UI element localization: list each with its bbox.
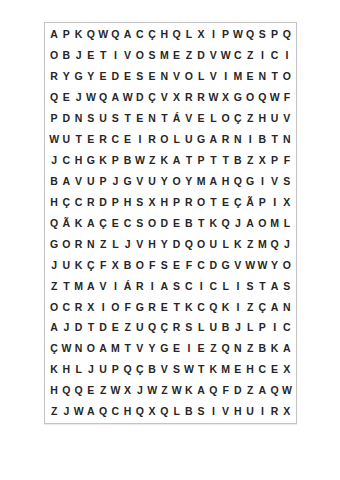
grid-cell-r19c12[interactable]: B	[183, 401, 195, 422]
grid-cell-r8c9[interactable]: U	[146, 171, 158, 192]
grid-cell-r5c9[interactable]: N	[146, 108, 158, 129]
grid-cell-r7c18[interactable]: X	[256, 150, 268, 171]
grid-cell-r16c16[interactable]: N	[232, 338, 244, 359]
grid-cell-r10c2[interactable]: Ã	[60, 213, 72, 234]
grid-cell-r5c18[interactable]: H	[256, 108, 268, 129]
grid-cell-r3c11[interactable]: V	[171, 66, 183, 87]
grid-cell-r18c15[interactable]: F	[220, 380, 232, 401]
grid-cell-r17c6[interactable]: P	[109, 359, 121, 380]
grid-cell-r14c14[interactable]: Q	[207, 296, 219, 317]
grid-cell-r18c8[interactable]: J	[134, 380, 146, 401]
grid-cell-r1c9[interactable]: Ç	[146, 24, 158, 45]
grid-cell-r1c4[interactable]: Q	[85, 24, 97, 45]
grid-cell-r9c16[interactable]: Ç	[232, 192, 244, 213]
grid-cell-r19c17[interactable]: U	[244, 401, 256, 422]
grid-cell-r9c3[interactable]: C	[73, 192, 85, 213]
grid-cell-r8c11[interactable]: O	[171, 171, 183, 192]
grid-cell-r4c2[interactable]: E	[60, 87, 72, 108]
grid-cell-r10c14[interactable]: K	[207, 213, 219, 234]
grid-cell-r8c14[interactable]: A	[207, 171, 219, 192]
grid-cell-r2c2[interactable]: B	[60, 45, 72, 66]
grid-cell-r17c16[interactable]: E	[232, 359, 244, 380]
grid-cell-r5c4[interactable]: S	[85, 108, 97, 129]
grid-cell-r4c6[interactable]: A	[109, 87, 121, 108]
grid-cell-r8c2[interactable]: A	[60, 171, 72, 192]
grid-cell-r18c16[interactable]: D	[232, 380, 244, 401]
grid-cell-r2c6[interactable]: I	[109, 45, 121, 66]
grid-cell-r11c3[interactable]: R	[73, 233, 85, 254]
grid-cell-r7c13[interactable]: P	[195, 150, 207, 171]
grid-cell-r5c10[interactable]: T	[158, 108, 170, 129]
grid-cell-r16c11[interactable]: E	[171, 338, 183, 359]
grid-cell-r11c7[interactable]: J	[122, 233, 134, 254]
grid-cell-r9c12[interactable]: R	[183, 192, 195, 213]
grid-cell-r14c8[interactable]: G	[134, 296, 146, 317]
grid-cell-r13c12[interactable]: C	[183, 275, 195, 296]
grid-cell-r10c16[interactable]: J	[232, 213, 244, 234]
grid-cell-r18c7[interactable]: X	[122, 380, 134, 401]
grid-cell-r12c11[interactable]: E	[171, 254, 183, 275]
grid-cell-r1c19[interactable]: P	[269, 24, 281, 45]
grid-cell-r1c16[interactable]: W	[232, 24, 244, 45]
grid-cell-r9c11[interactable]: P	[171, 192, 183, 213]
grid-cell-r18c2[interactable]: Q	[60, 380, 72, 401]
grid-cell-r15c1[interactable]: A	[48, 317, 60, 338]
grid-cell-r14c15[interactable]: K	[220, 296, 232, 317]
grid-cell-r5c15[interactable]: O	[220, 108, 232, 129]
grid-cell-r9c4[interactable]: R	[85, 192, 97, 213]
grid-cell-r12c6[interactable]: X	[109, 254, 121, 275]
grid-cell-r5c6[interactable]: S	[109, 108, 121, 129]
grid-cell-r10c20[interactable]: L	[281, 213, 293, 234]
grid-cell-r7c19[interactable]: P	[269, 150, 281, 171]
grid-cell-r14c18[interactable]: Ç	[256, 296, 268, 317]
grid-cell-r10c6[interactable]: E	[109, 213, 121, 234]
grid-cell-r12c7[interactable]: B	[122, 254, 134, 275]
grid-cell-r10c4[interactable]: A	[85, 213, 97, 234]
grid-cell-r18c9[interactable]: W	[146, 380, 158, 401]
grid-cell-r1c6[interactable]: Q	[109, 24, 121, 45]
grid-cell-r6c2[interactable]: U	[60, 129, 72, 150]
grid-cell-r12c3[interactable]: K	[73, 254, 85, 275]
grid-cell-r3c15[interactable]: I	[220, 66, 232, 87]
grid-cell-r2c10[interactable]: M	[158, 45, 170, 66]
grid-cell-r8c1[interactable]: B	[48, 171, 60, 192]
grid-cell-r13c7[interactable]: Á	[122, 275, 134, 296]
grid-cell-r4c9[interactable]: Ç	[146, 87, 158, 108]
grid-cell-r16c5[interactable]: A	[97, 338, 109, 359]
grid-cell-r1c3[interactable]: K	[73, 24, 85, 45]
grid-cell-r15c15[interactable]: B	[220, 317, 232, 338]
grid-cell-r7c10[interactable]: K	[158, 150, 170, 171]
grid-cell-r8c20[interactable]: S	[281, 171, 293, 192]
grid-cell-r2c5[interactable]: T	[97, 45, 109, 66]
grid-cell-r19c6[interactable]: C	[109, 401, 121, 422]
grid-cell-r15c2[interactable]: J	[60, 317, 72, 338]
grid-cell-r4c14[interactable]: W	[207, 87, 219, 108]
grid-cell-r4c1[interactable]: Q	[48, 87, 60, 108]
grid-cell-r13c4[interactable]: A	[85, 275, 97, 296]
grid-cell-r15c16[interactable]: J	[232, 317, 244, 338]
grid-cell-r10c12[interactable]: B	[183, 213, 195, 234]
grid-cell-r9c14[interactable]: T	[207, 192, 219, 213]
grid-cell-r2c1[interactable]: O	[48, 45, 60, 66]
grid-cell-r6c18[interactable]: B	[256, 129, 268, 150]
grid-cell-r6c1[interactable]: W	[48, 129, 60, 150]
grid-cell-r9c9[interactable]: X	[146, 192, 158, 213]
grid-cell-r14c19[interactable]: A	[269, 296, 281, 317]
grid-cell-r19c8[interactable]: Q	[134, 401, 146, 422]
grid-cell-r13c10[interactable]: A	[158, 275, 170, 296]
grid-cell-r11c18[interactable]: M	[256, 233, 268, 254]
grid-cell-r15c9[interactable]: Q	[146, 317, 158, 338]
grid-cell-r19c4[interactable]: A	[85, 401, 97, 422]
grid-cell-r4c3[interactable]: J	[73, 87, 85, 108]
grid-cell-r19c13[interactable]: S	[195, 401, 207, 422]
grid-cell-r6c11[interactable]: L	[171, 129, 183, 150]
grid-cell-r6c9[interactable]: R	[146, 129, 158, 150]
grid-cell-r3c2[interactable]: Y	[60, 66, 72, 87]
grid-cell-r14c13[interactable]: C	[195, 296, 207, 317]
grid-cell-r16c14[interactable]: Z	[207, 338, 219, 359]
grid-cell-r18c18[interactable]: A	[256, 380, 268, 401]
grid-cell-r12c5[interactable]: F	[97, 254, 109, 275]
grid-cell-r17c18[interactable]: C	[256, 359, 268, 380]
grid-cell-r5c14[interactable]: L	[207, 108, 219, 129]
grid-cell-r3c6[interactable]: D	[109, 66, 121, 87]
grid-cell-r16c18[interactable]: B	[256, 338, 268, 359]
grid-cell-r1c20[interactable]: Q	[281, 24, 293, 45]
grid-cell-r15c4[interactable]: T	[85, 317, 97, 338]
grid-cell-r7c12[interactable]: T	[183, 150, 195, 171]
grid-cell-r19c11[interactable]: L	[171, 401, 183, 422]
grid-cell-r10c10[interactable]: D	[158, 213, 170, 234]
grid-cell-r19c3[interactable]: W	[73, 401, 85, 422]
grid-cell-r11c8[interactable]: V	[134, 233, 146, 254]
grid-cell-r10c17[interactable]: A	[244, 213, 256, 234]
grid-cell-r15c20[interactable]: C	[281, 317, 293, 338]
grid-cell-r3c17[interactable]: E	[244, 66, 256, 87]
grid-cell-r6c15[interactable]: R	[220, 129, 232, 150]
grid-cell-r4c12[interactable]: R	[183, 87, 195, 108]
grid-cell-r17c2[interactable]: H	[60, 359, 72, 380]
grid-cell-r12c1[interactable]: J	[48, 254, 60, 275]
grid-cell-r2c16[interactable]: C	[232, 45, 244, 66]
grid-cell-r2c7[interactable]: V	[122, 45, 134, 66]
grid-cell-r1c5[interactable]: W	[97, 24, 109, 45]
grid-cell-r1c14[interactable]: I	[207, 24, 219, 45]
grid-cell-r9c2[interactable]: Ç	[60, 192, 72, 213]
grid-cell-r14c10[interactable]: E	[158, 296, 170, 317]
grid-cell-r2c18[interactable]: I	[256, 45, 268, 66]
grid-cell-r14c20[interactable]: N	[281, 296, 293, 317]
grid-cell-r13c16[interactable]: I	[232, 275, 244, 296]
grid-cell-r15c11[interactable]: R	[171, 317, 183, 338]
grid-cell-r7c20[interactable]: F	[281, 150, 293, 171]
grid-cell-r4c17[interactable]: O	[244, 87, 256, 108]
grid-cell-r2c17[interactable]: Z	[244, 45, 256, 66]
grid-cell-r16c7[interactable]: T	[122, 338, 134, 359]
grid-cell-r6c17[interactable]: I	[244, 129, 256, 150]
grid-cell-r1c13[interactable]: X	[195, 24, 207, 45]
grid-cell-r8c5[interactable]: P	[97, 171, 109, 192]
grid-cell-r5c5[interactable]: U	[97, 108, 109, 129]
grid-cell-r14c16[interactable]: I	[232, 296, 244, 317]
grid-cell-r14c5[interactable]: I	[97, 296, 109, 317]
grid-cell-r6c3[interactable]: T	[73, 129, 85, 150]
grid-cell-r4c4[interactable]: W	[85, 87, 97, 108]
grid-cell-r5c8[interactable]: E	[134, 108, 146, 129]
grid-cell-r3c5[interactable]: E	[97, 66, 109, 87]
grid-cell-r19c20[interactable]: X	[281, 401, 293, 422]
grid-cell-r9c17[interactable]: Ã	[244, 192, 256, 213]
grid-cell-r4c5[interactable]: Q	[97, 87, 109, 108]
grid-cell-r10c5[interactable]: Ç	[97, 213, 109, 234]
grid-cell-r18c10[interactable]: Z	[158, 380, 170, 401]
grid-cell-r15c19[interactable]: I	[269, 317, 281, 338]
grid-cell-r11c4[interactable]: N	[85, 233, 97, 254]
grid-cell-r15c3[interactable]: D	[73, 317, 85, 338]
grid-cell-r19c19[interactable]: R	[269, 401, 281, 422]
grid-cell-r16c6[interactable]: M	[109, 338, 121, 359]
grid-cell-r9c1[interactable]: H	[48, 192, 60, 213]
grid-cell-r9c5[interactable]: D	[97, 192, 109, 213]
grid-cell-r4c11[interactable]: X	[171, 87, 183, 108]
grid-cell-r18c19[interactable]: Q	[269, 380, 281, 401]
grid-cell-r19c1[interactable]: Z	[48, 401, 60, 422]
grid-cell-r12c20[interactable]: O	[281, 254, 293, 275]
grid-cell-r18c4[interactable]: E	[85, 380, 97, 401]
grid-cell-r9c18[interactable]: P	[256, 192, 268, 213]
grid-cell-r17c7[interactable]: Q	[122, 359, 134, 380]
grid-cell-r16c12[interactable]: I	[183, 338, 195, 359]
grid-cell-r14c1[interactable]: O	[48, 296, 60, 317]
grid-cell-r2c3[interactable]: J	[73, 45, 85, 66]
grid-cell-r1c18[interactable]: S	[256, 24, 268, 45]
grid-cell-r11c10[interactable]: Y	[158, 233, 170, 254]
grid-cell-r10c9[interactable]: O	[146, 213, 158, 234]
grid-cell-r2c20[interactable]: I	[281, 45, 293, 66]
grid-cell-r11c14[interactable]: U	[207, 233, 219, 254]
grid-cell-r12c12[interactable]: F	[183, 254, 195, 275]
grid-cell-r12c17[interactable]: W	[244, 254, 256, 275]
grid-cell-r3c13[interactable]: L	[195, 66, 207, 87]
grid-cell-r16c4[interactable]: O	[85, 338, 97, 359]
grid-cell-r7c8[interactable]: W	[134, 150, 146, 171]
grid-cell-r15c5[interactable]: D	[97, 317, 109, 338]
grid-cell-r2c11[interactable]: E	[171, 45, 183, 66]
grid-cell-r3c9[interactable]: E	[146, 66, 158, 87]
grid-cell-r6c4[interactable]: E	[85, 129, 97, 150]
grid-cell-r17c13[interactable]: T	[195, 359, 207, 380]
grid-cell-r12c4[interactable]: Ç	[85, 254, 97, 275]
grid-cell-r4c7[interactable]: W	[122, 87, 134, 108]
grid-cell-r18c20[interactable]: W	[281, 380, 293, 401]
grid-cell-r19c2[interactable]: J	[60, 401, 72, 422]
grid-cell-r10c1[interactable]: Q	[48, 213, 60, 234]
grid-cell-r11c13[interactable]: O	[195, 233, 207, 254]
grid-cell-r4c20[interactable]: F	[281, 87, 293, 108]
grid-cell-r3c19[interactable]: T	[269, 66, 281, 87]
grid-cell-r3c8[interactable]: S	[134, 66, 146, 87]
grid-cell-r17c5[interactable]: U	[97, 359, 109, 380]
grid-cell-r2c9[interactable]: S	[146, 45, 158, 66]
grid-cell-r13c13[interactable]: I	[195, 275, 207, 296]
grid-cell-r13c9[interactable]: I	[146, 275, 158, 296]
grid-cell-r3c10[interactable]: N	[158, 66, 170, 87]
grid-cell-r17c4[interactable]: J	[85, 359, 97, 380]
grid-cell-r14c6[interactable]: O	[109, 296, 121, 317]
grid-cell-r17c1[interactable]: K	[48, 359, 60, 380]
grid-cell-r18c1[interactable]: H	[48, 380, 60, 401]
grid-cell-r17c10[interactable]: V	[158, 359, 170, 380]
grid-cell-r5c7[interactable]: T	[122, 108, 134, 129]
grid-cell-r6c20[interactable]: N	[281, 129, 293, 150]
grid-cell-r8c3[interactable]: V	[73, 171, 85, 192]
grid-cell-r7c11[interactable]: A	[171, 150, 183, 171]
grid-cell-r15c14[interactable]: U	[207, 317, 219, 338]
grid-cell-r13c3[interactable]: M	[73, 275, 85, 296]
grid-cell-r12c8[interactable]: O	[134, 254, 146, 275]
grid-cell-r16c15[interactable]: Q	[220, 338, 232, 359]
grid-cell-r10c18[interactable]: O	[256, 213, 268, 234]
grid-cell-r16c17[interactable]: Z	[244, 338, 256, 359]
grid-cell-r17c15[interactable]: M	[220, 359, 232, 380]
grid-cell-r1c7[interactable]: A	[122, 24, 134, 45]
grid-cell-r6c10[interactable]: O	[158, 129, 170, 150]
grid-cell-r12c9[interactable]: F	[146, 254, 158, 275]
grid-cell-r17c12[interactable]: W	[183, 359, 195, 380]
grid-cell-r13c5[interactable]: V	[97, 275, 109, 296]
grid-cell-r9c20[interactable]: X	[281, 192, 293, 213]
grid-cell-r10c3[interactable]: K	[73, 213, 85, 234]
grid-cell-r9c13[interactable]: O	[195, 192, 207, 213]
grid-cell-r7c5[interactable]: K	[97, 150, 109, 171]
grid-cell-r7c6[interactable]: P	[109, 150, 121, 171]
grid-cell-r6c5[interactable]: R	[97, 129, 109, 150]
grid-cell-r9c19[interactable]: I	[269, 192, 281, 213]
grid-cell-r15c18[interactable]: P	[256, 317, 268, 338]
grid-cell-r14c17[interactable]: Z	[244, 296, 256, 317]
grid-cell-r1c17[interactable]: Q	[244, 24, 256, 45]
grid-cell-r4c10[interactable]: V	[158, 87, 170, 108]
grid-cell-r6c7[interactable]: E	[122, 129, 134, 150]
grid-cell-r3c7[interactable]: E	[122, 66, 134, 87]
grid-cell-r11c16[interactable]: K	[232, 233, 244, 254]
grid-cell-r2c4[interactable]: E	[85, 45, 97, 66]
grid-cell-r13c6[interactable]: I	[109, 275, 121, 296]
grid-cell-r11c6[interactable]: L	[109, 233, 121, 254]
grid-cell-r14c11[interactable]: T	[171, 296, 183, 317]
grid-cell-r8c17[interactable]: G	[244, 171, 256, 192]
grid-cell-r6c19[interactable]: T	[269, 129, 281, 150]
grid-cell-r14c3[interactable]: R	[73, 296, 85, 317]
grid-cell-r3c20[interactable]: O	[281, 66, 293, 87]
grid-cell-r10c8[interactable]: S	[134, 213, 146, 234]
grid-cell-r4c16[interactable]: G	[232, 87, 244, 108]
grid-cell-r7c14[interactable]: T	[207, 150, 219, 171]
grid-cell-r3c16[interactable]: M	[232, 66, 244, 87]
grid-cell-r11c11[interactable]: D	[171, 233, 183, 254]
grid-cell-r15c7[interactable]: Z	[122, 317, 134, 338]
grid-cell-r19c15[interactable]: V	[220, 401, 232, 422]
grid-cell-r18c13[interactable]: A	[195, 380, 207, 401]
grid-cell-r19c10[interactable]: Q	[158, 401, 170, 422]
grid-cell-r13c15[interactable]: L	[220, 275, 232, 296]
grid-cell-r5c13[interactable]: E	[195, 108, 207, 129]
grid-cell-r4c13[interactable]: R	[195, 87, 207, 108]
grid-cell-r1c11[interactable]: Q	[171, 24, 183, 45]
grid-cell-r7c16[interactable]: B	[232, 150, 244, 171]
grid-cell-r16c19[interactable]: K	[269, 338, 281, 359]
grid-cell-r1c8[interactable]: C	[134, 24, 146, 45]
grid-cell-r7c15[interactable]: T	[220, 150, 232, 171]
grid-cell-r8c19[interactable]: V	[269, 171, 281, 192]
grid-cell-r1c10[interactable]: H	[158, 24, 170, 45]
grid-cell-r8c15[interactable]: H	[220, 171, 232, 192]
grid-cell-r1c15[interactable]: P	[220, 24, 232, 45]
grid-cell-r10c7[interactable]: C	[122, 213, 134, 234]
grid-cell-r15c13[interactable]: L	[195, 317, 207, 338]
grid-cell-r5c20[interactable]: V	[281, 108, 293, 129]
grid-cell-r16c3[interactable]: N	[73, 338, 85, 359]
grid-cell-r3c12[interactable]: O	[183, 66, 195, 87]
grid-cell-r16c9[interactable]: Y	[146, 338, 158, 359]
grid-cell-r11c9[interactable]: H	[146, 233, 158, 254]
grid-cell-r15c8[interactable]: U	[134, 317, 146, 338]
grid-cell-r2c15[interactable]: W	[220, 45, 232, 66]
grid-cell-r14c9[interactable]: R	[146, 296, 158, 317]
grid-cell-r13c20[interactable]: S	[281, 275, 293, 296]
grid-cell-r18c11[interactable]: W	[171, 380, 183, 401]
grid-cell-r5c1[interactable]: P	[48, 108, 60, 129]
grid-cell-r19c14[interactable]: I	[207, 401, 219, 422]
grid-cell-r5c3[interactable]: N	[73, 108, 85, 129]
grid-cell-r3c3[interactable]: G	[73, 66, 85, 87]
grid-cell-r6c6[interactable]: C	[109, 129, 121, 150]
grid-cell-r17c3[interactable]: L	[73, 359, 85, 380]
grid-cell-r15c6[interactable]: E	[109, 317, 121, 338]
grid-cell-r6c12[interactable]: U	[183, 129, 195, 150]
grid-cell-r16c8[interactable]: V	[134, 338, 146, 359]
grid-cell-r14c4[interactable]: X	[85, 296, 97, 317]
grid-cell-r13c18[interactable]: T	[256, 275, 268, 296]
grid-cell-r5c2[interactable]: D	[60, 108, 72, 129]
grid-cell-r19c16[interactable]: H	[232, 401, 244, 422]
grid-cell-r17c17[interactable]: H	[244, 359, 256, 380]
grid-cell-r12c19[interactable]: Y	[269, 254, 281, 275]
grid-cell-r11c2[interactable]: O	[60, 233, 72, 254]
grid-cell-r13c1[interactable]: Z	[48, 275, 60, 296]
grid-cell-r19c5[interactable]: Q	[97, 401, 109, 422]
grid-cell-r8c16[interactable]: Q	[232, 171, 244, 192]
grid-cell-r2c19[interactable]: C	[269, 45, 281, 66]
grid-cell-r13c17[interactable]: S	[244, 275, 256, 296]
grid-cell-r2c8[interactable]: O	[134, 45, 146, 66]
grid-cell-r11c19[interactable]: Q	[269, 233, 281, 254]
grid-cell-r17c9[interactable]: B	[146, 359, 158, 380]
grid-cell-r12c14[interactable]: D	[207, 254, 219, 275]
grid-cell-r7c2[interactable]: C	[60, 150, 72, 171]
grid-cell-r1c2[interactable]: P	[60, 24, 72, 45]
grid-cell-r8c6[interactable]: J	[109, 171, 121, 192]
grid-cell-r14c7[interactable]: F	[122, 296, 134, 317]
grid-cell-r3c18[interactable]: N	[256, 66, 268, 87]
grid-cell-r16c20[interactable]: A	[281, 338, 293, 359]
grid-cell-r5c17[interactable]: Z	[244, 108, 256, 129]
grid-cell-r11c20[interactable]: J	[281, 233, 293, 254]
grid-cell-r10c15[interactable]: Q	[220, 213, 232, 234]
